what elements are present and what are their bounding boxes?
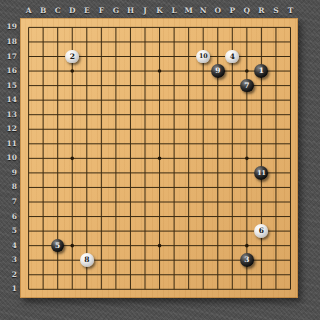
stone-number: 2 [70, 53, 75, 61]
stone-black: 3 [240, 253, 254, 267]
stone-black: 1 [254, 64, 268, 78]
row-label: 5 [1, 227, 17, 235]
stone-number: 7 [244, 82, 249, 90]
column-label: H [127, 7, 134, 15]
row-label: 6 [1, 213, 17, 221]
column-label: G [113, 7, 119, 15]
row-label: 12 [1, 126, 17, 134]
row-label: 8 [1, 184, 17, 192]
stone-white: 8 [80, 253, 94, 267]
stone-number: 11 [257, 170, 265, 176]
column-label: F [99, 7, 104, 15]
column-label: B [40, 7, 46, 15]
column-label: S [273, 7, 278, 15]
stone-number: 6 [259, 227, 264, 235]
stone-black: 7 [240, 79, 254, 93]
column-label: J [143, 7, 147, 15]
stone-number: 3 [244, 256, 249, 264]
stone-number: 1 [259, 67, 264, 75]
stone-number: 8 [84, 256, 89, 264]
row-label: 3 [1, 256, 17, 264]
column-label: L [171, 7, 176, 15]
column-label: A [26, 7, 32, 15]
row-label: 4 [1, 242, 17, 250]
stone-black: 5 [51, 239, 65, 253]
stone-white: 10 [196, 50, 210, 64]
stone-white: 2 [65, 50, 79, 64]
stone-white: 4 [225, 50, 239, 64]
column-label: P [229, 7, 235, 15]
row-label: 1 [1, 286, 17, 294]
column-label: O [214, 7, 221, 15]
column-label: D [69, 7, 76, 15]
go-board-diagram: ABCDEFGHJKLMNOPQRST 19181716151413121110… [0, 0, 320, 320]
row-label: 10 [1, 155, 17, 163]
stone-black: 11 [254, 166, 268, 180]
column-label: M [184, 7, 192, 15]
column-label: R [258, 7, 264, 15]
stone-number: 10 [199, 53, 207, 59]
row-label: 15 [1, 82, 17, 90]
row-label: 16 [1, 67, 17, 75]
stone-white: 6 [254, 224, 268, 238]
stone-number: 4 [230, 53, 235, 61]
stone-number: 9 [215, 67, 220, 75]
column-label: N [200, 7, 207, 15]
column-label: T [288, 7, 294, 15]
row-label: 11 [1, 140, 17, 148]
column-label: E [84, 7, 90, 15]
stone-number: 5 [55, 242, 60, 250]
column-label: C [55, 7, 61, 15]
go-board [20, 18, 298, 298]
row-label: 13 [1, 111, 17, 119]
row-label: 14 [1, 96, 17, 104]
row-label: 9 [1, 169, 17, 177]
row-label: 2 [1, 271, 17, 279]
row-label: 18 [1, 38, 17, 46]
column-label: K [156, 7, 163, 15]
column-label: Q [244, 7, 251, 15]
row-label: 17 [1, 53, 17, 61]
row-label: 19 [1, 24, 17, 32]
stone-black: 9 [211, 64, 225, 78]
row-label: 7 [1, 198, 17, 206]
